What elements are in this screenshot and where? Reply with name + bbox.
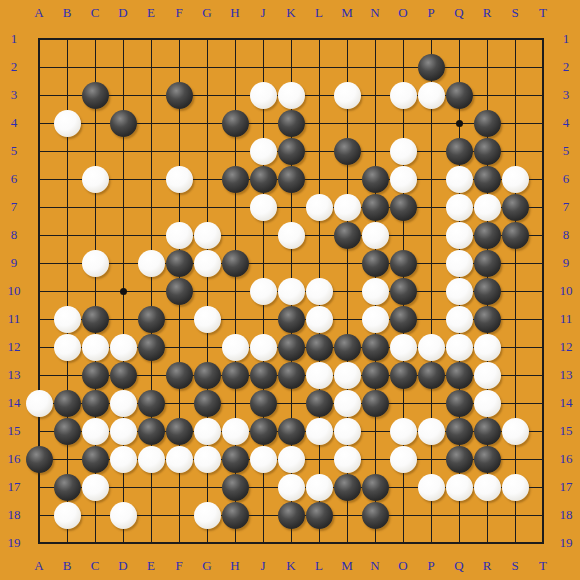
stone-white-C15[interactable] — [82, 418, 109, 445]
coord-label-bottom-T: T — [532, 559, 554, 573]
stone-white-O16[interactable] — [390, 446, 417, 473]
coord-label-right-14: 14 — [555, 396, 577, 410]
stone-black-H6[interactable] — [222, 166, 249, 193]
coord-label-bottom-B: B — [56, 559, 78, 573]
coord-label-right-12: 12 — [555, 340, 577, 354]
coord-label-left-4: 4 — [3, 116, 25, 130]
stone-black-C14[interactable] — [82, 390, 109, 417]
stone-white-C6[interactable] — [82, 166, 109, 193]
coord-label-top-D: D — [112, 6, 134, 20]
stone-black-K13[interactable] — [278, 362, 305, 389]
stone-white-J10[interactable] — [250, 278, 277, 305]
stone-black-R16[interactable] — [474, 446, 501, 473]
coord-label-top-K: K — [280, 6, 302, 20]
stone-black-O9[interactable] — [390, 250, 417, 277]
coord-label-left-8: 8 — [3, 228, 25, 242]
stone-white-J7[interactable] — [250, 194, 277, 221]
coord-label-left-10: 10 — [3, 284, 25, 298]
stone-black-B17[interactable] — [54, 474, 81, 501]
stone-white-Q6[interactable] — [446, 166, 473, 193]
stone-white-M13[interactable] — [334, 362, 361, 389]
stone-white-Q8[interactable] — [446, 222, 473, 249]
stone-black-R10[interactable] — [474, 278, 501, 305]
stone-white-L13[interactable] — [306, 362, 333, 389]
coord-label-top-O: O — [392, 6, 414, 20]
star-point-D10 — [120, 288, 127, 295]
coord-label-bottom-R: R — [476, 559, 498, 573]
stone-white-L10[interactable] — [306, 278, 333, 305]
stone-black-E14[interactable] — [138, 390, 165, 417]
coord-label-bottom-D: D — [112, 559, 134, 573]
coord-label-left-12: 12 — [3, 340, 25, 354]
coord-label-right-4: 4 — [555, 116, 577, 130]
coord-label-left-2: 2 — [3, 60, 25, 74]
stone-black-S7[interactable] — [502, 194, 529, 221]
stone-white-O5[interactable] — [390, 138, 417, 165]
coord-label-top-S: S — [504, 6, 526, 20]
coord-label-left-13: 13 — [3, 368, 25, 382]
stone-white-O3[interactable] — [390, 82, 417, 109]
coord-label-top-A: A — [28, 6, 50, 20]
coord-label-right-1: 1 — [555, 32, 577, 46]
stone-black-C13[interactable] — [82, 362, 109, 389]
stone-black-K5[interactable] — [278, 138, 305, 165]
stone-white-B11[interactable] — [54, 306, 81, 333]
coord-label-top-M: M — [336, 6, 358, 20]
stone-black-H4[interactable] — [222, 110, 249, 137]
stone-black-K6[interactable] — [278, 166, 305, 193]
stone-white-J12[interactable] — [250, 334, 277, 361]
stone-white-G16[interactable] — [194, 446, 221, 473]
stone-white-R17[interactable] — [474, 474, 501, 501]
coord-label-bottom-M: M — [336, 559, 358, 573]
coord-label-left-6: 6 — [3, 172, 25, 186]
grid-line-v-T — [542, 38, 544, 544]
stone-black-B14[interactable] — [54, 390, 81, 417]
coord-label-right-11: 11 — [555, 312, 577, 326]
stone-black-C3[interactable] — [82, 82, 109, 109]
stone-black-M5[interactable] — [334, 138, 361, 165]
stone-white-C17[interactable] — [82, 474, 109, 501]
stone-white-Q17[interactable] — [446, 474, 473, 501]
coord-label-bottom-N: N — [364, 559, 386, 573]
stone-black-Q3[interactable] — [446, 82, 473, 109]
coord-label-top-E: E — [140, 6, 162, 20]
coord-label-left-16: 16 — [3, 452, 25, 466]
stone-black-M12[interactable] — [334, 334, 361, 361]
stone-black-H18[interactable] — [222, 502, 249, 529]
coord-label-bottom-K: K — [280, 559, 302, 573]
stone-black-E11[interactable] — [138, 306, 165, 333]
stone-black-H13[interactable] — [222, 362, 249, 389]
stone-black-F15[interactable] — [166, 418, 193, 445]
stone-white-Q12[interactable] — [446, 334, 473, 361]
stone-white-R13[interactable] — [474, 362, 501, 389]
coord-label-bottom-Q: Q — [448, 559, 470, 573]
stone-black-D13[interactable] — [110, 362, 137, 389]
coord-label-bottom-H: H — [224, 559, 246, 573]
stone-black-N14[interactable] — [362, 390, 389, 417]
stone-black-L14[interactable] — [306, 390, 333, 417]
stone-black-K11[interactable] — [278, 306, 305, 333]
stone-white-M7[interactable] — [334, 194, 361, 221]
stone-black-F9[interactable] — [166, 250, 193, 277]
coord-label-bottom-S: S — [504, 559, 526, 573]
stone-white-G11[interactable] — [194, 306, 221, 333]
stone-black-F13[interactable] — [166, 362, 193, 389]
coord-label-bottom-L: L — [308, 559, 330, 573]
stone-white-N10[interactable] — [362, 278, 389, 305]
coord-label-left-9: 9 — [3, 256, 25, 270]
stone-black-H16[interactable] — [222, 446, 249, 473]
stone-white-R14[interactable] — [474, 390, 501, 417]
stone-white-A14[interactable] — [26, 390, 53, 417]
stone-white-G8[interactable] — [194, 222, 221, 249]
coord-label-bottom-J: J — [252, 559, 274, 573]
stone-black-O7[interactable] — [390, 194, 417, 221]
stone-white-L11[interactable] — [306, 306, 333, 333]
stone-black-R9[interactable] — [474, 250, 501, 277]
stone-white-R7[interactable] — [474, 194, 501, 221]
stone-white-O6[interactable] — [390, 166, 417, 193]
stone-white-M14[interactable] — [334, 390, 361, 417]
stone-black-N18[interactable] — [362, 502, 389, 529]
stone-black-Q16[interactable] — [446, 446, 473, 473]
coord-label-right-6: 6 — [555, 172, 577, 186]
coord-label-bottom-O: O — [392, 559, 414, 573]
go-board-screen: ABCDEFGHJKLMNOPQRST ABCDEFGHJKLMNOPQRST … — [0, 0, 580, 580]
coord-label-right-10: 10 — [555, 284, 577, 298]
coord-label-top-H: H — [224, 6, 246, 20]
stone-white-D14[interactable] — [110, 390, 137, 417]
grid-line-v-P — [431, 38, 432, 544]
stone-white-L15[interactable] — [306, 418, 333, 445]
coord-label-top-F: F — [168, 6, 190, 20]
coord-label-bottom-P: P — [420, 559, 442, 573]
coord-label-bottom-F: F — [168, 559, 190, 573]
stone-white-O12[interactable] — [390, 334, 417, 361]
stone-white-G9[interactable] — [194, 250, 221, 277]
stone-black-R4[interactable] — [474, 110, 501, 137]
stone-black-N12[interactable] — [362, 334, 389, 361]
stone-white-M16[interactable] — [334, 446, 361, 473]
coord-label-left-14: 14 — [3, 396, 25, 410]
stone-white-E16[interactable] — [138, 446, 165, 473]
stone-black-E12[interactable] — [138, 334, 165, 361]
coord-label-right-5: 5 — [555, 144, 577, 158]
coord-label-left-11: 11 — [3, 312, 25, 326]
grid-line-v-S — [515, 38, 516, 544]
stone-black-N13[interactable] — [362, 362, 389, 389]
stone-black-H9[interactable] — [222, 250, 249, 277]
stone-white-F8[interactable] — [166, 222, 193, 249]
stone-black-P2[interactable] — [418, 54, 445, 81]
coord-label-right-15: 15 — [555, 424, 577, 438]
coord-label-top-G: G — [196, 6, 218, 20]
coord-label-left-5: 5 — [3, 144, 25, 158]
stone-black-K15[interactable] — [278, 418, 305, 445]
stone-black-N7[interactable] — [362, 194, 389, 221]
coord-label-right-19: 19 — [555, 536, 577, 550]
stone-white-D15[interactable] — [110, 418, 137, 445]
stone-white-K10[interactable] — [278, 278, 305, 305]
stone-white-H15[interactable] — [222, 418, 249, 445]
coord-label-left-1: 1 — [3, 32, 25, 46]
stone-white-P15[interactable] — [418, 418, 445, 445]
stone-white-Q10[interactable] — [446, 278, 473, 305]
coord-label-left-7: 7 — [3, 200, 25, 214]
stone-white-N11[interactable] — [362, 306, 389, 333]
stone-white-G15[interactable] — [194, 418, 221, 445]
stone-black-N9[interactable] — [362, 250, 389, 277]
stone-black-Q13[interactable] — [446, 362, 473, 389]
stone-black-Q15[interactable] — [446, 418, 473, 445]
stone-black-E15[interactable] — [138, 418, 165, 445]
stone-white-R12[interactable] — [474, 334, 501, 361]
stone-white-C9[interactable] — [82, 250, 109, 277]
coord-label-top-Q: Q — [448, 6, 470, 20]
stone-white-L17[interactable] — [306, 474, 333, 501]
coord-label-top-P: P — [420, 6, 442, 20]
stone-black-K18[interactable] — [278, 502, 305, 529]
stone-black-M17[interactable] — [334, 474, 361, 501]
stone-black-O13[interactable] — [390, 362, 417, 389]
stone-white-K16[interactable] — [278, 446, 305, 473]
stone-white-B4[interactable] — [54, 110, 81, 137]
stone-white-D16[interactable] — [110, 446, 137, 473]
coord-label-right-16: 16 — [555, 452, 577, 466]
stone-white-B12[interactable] — [54, 334, 81, 361]
stone-black-N17[interactable] — [362, 474, 389, 501]
star-point-Q4 — [456, 120, 463, 127]
coord-label-top-J: J — [252, 6, 274, 20]
coord-label-top-T: T — [532, 6, 554, 20]
go-board[interactable]: ABCDEFGHJKLMNOPQRST ABCDEFGHJKLMNOPQRST … — [0, 0, 580, 580]
stone-white-M3[interactable] — [334, 82, 361, 109]
stone-white-J5[interactable] — [250, 138, 277, 165]
coord-label-right-18: 18 — [555, 508, 577, 522]
stone-black-Q14[interactable] — [446, 390, 473, 417]
stone-white-L7[interactable] — [306, 194, 333, 221]
stone-white-D12[interactable] — [110, 334, 137, 361]
stone-black-A16[interactable] — [26, 446, 53, 473]
stone-white-P12[interactable] — [418, 334, 445, 361]
stone-black-K4[interactable] — [278, 110, 305, 137]
coord-label-bottom-C: C — [84, 559, 106, 573]
stone-white-P3[interactable] — [418, 82, 445, 109]
coord-label-bottom-G: G — [196, 559, 218, 573]
coord-label-left-18: 18 — [3, 508, 25, 522]
stone-black-S8[interactable] — [502, 222, 529, 249]
stone-white-F6[interactable] — [166, 166, 193, 193]
stone-black-J15[interactable] — [250, 418, 277, 445]
coord-label-right-7: 7 — [555, 200, 577, 214]
stone-black-R11[interactable] — [474, 306, 501, 333]
stone-black-F10[interactable] — [166, 278, 193, 305]
stone-black-L12[interactable] — [306, 334, 333, 361]
stone-black-O10[interactable] — [390, 278, 417, 305]
coord-label-top-R: R — [476, 6, 498, 20]
stone-white-P17[interactable] — [418, 474, 445, 501]
coord-label-left-19: 19 — [3, 536, 25, 550]
stone-white-E9[interactable] — [138, 250, 165, 277]
stone-white-Q11[interactable] — [446, 306, 473, 333]
stone-black-G14[interactable] — [194, 390, 221, 417]
stone-white-Q7[interactable] — [446, 194, 473, 221]
stone-black-N6[interactable] — [362, 166, 389, 193]
stone-black-F3[interactable] — [166, 82, 193, 109]
stone-white-K3[interactable] — [278, 82, 305, 109]
stone-white-K17[interactable] — [278, 474, 305, 501]
stone-black-R15[interactable] — [474, 418, 501, 445]
stone-white-F16[interactable] — [166, 446, 193, 473]
coord-label-top-C: C — [84, 6, 106, 20]
stone-black-G13[interactable] — [194, 362, 221, 389]
stone-black-L18[interactable] — [306, 502, 333, 529]
stone-black-R6[interactable] — [474, 166, 501, 193]
stone-black-K12[interactable] — [278, 334, 305, 361]
stone-black-J14[interactable] — [250, 390, 277, 417]
stone-black-J6[interactable] — [250, 166, 277, 193]
coord-label-left-17: 17 — [3, 480, 25, 494]
coord-label-top-L: L — [308, 6, 330, 20]
stone-black-M8[interactable] — [334, 222, 361, 249]
stone-white-H12[interactable] — [222, 334, 249, 361]
coord-label-left-3: 3 — [3, 88, 25, 102]
stone-white-S15[interactable] — [502, 418, 529, 445]
coord-label-top-N: N — [364, 6, 386, 20]
coord-label-left-15: 15 — [3, 424, 25, 438]
stone-white-B18[interactable] — [54, 502, 81, 529]
stone-black-C11[interactable] — [82, 306, 109, 333]
coord-label-right-3: 3 — [555, 88, 577, 102]
stone-black-C16[interactable] — [82, 446, 109, 473]
coord-label-bottom-A: A — [28, 559, 50, 573]
stone-black-D4[interactable] — [110, 110, 137, 137]
stone-white-C12[interactable] — [82, 334, 109, 361]
stone-white-G18[interactable] — [194, 502, 221, 529]
stone-black-R8[interactable] — [474, 222, 501, 249]
coord-label-right-2: 2 — [555, 60, 577, 74]
stone-white-Q9[interactable] — [446, 250, 473, 277]
stone-black-Q5[interactable] — [446, 138, 473, 165]
coord-label-right-17: 17 — [555, 480, 577, 494]
stone-white-O15[interactable] — [390, 418, 417, 445]
coord-label-top-B: B — [56, 6, 78, 20]
stone-white-J16[interactable] — [250, 446, 277, 473]
stone-black-P13[interactable] — [418, 362, 445, 389]
stone-black-R5[interactable] — [474, 138, 501, 165]
stone-white-N8[interactable] — [362, 222, 389, 249]
coord-label-right-9: 9 — [555, 256, 577, 270]
stone-white-M15[interactable] — [334, 418, 361, 445]
stone-white-S6[interactable] — [502, 166, 529, 193]
coord-label-right-13: 13 — [555, 368, 577, 382]
stone-white-K8[interactable] — [278, 222, 305, 249]
stone-white-D18[interactable] — [110, 502, 137, 529]
stone-black-H17[interactable] — [222, 474, 249, 501]
stone-black-J13[interactable] — [250, 362, 277, 389]
coord-label-bottom-E: E — [140, 559, 162, 573]
stone-white-J3[interactable] — [250, 82, 277, 109]
stone-white-S17[interactable] — [502, 474, 529, 501]
grid-line-h-19 — [38, 542, 544, 544]
coord-label-right-8: 8 — [555, 228, 577, 242]
stone-black-B15[interactable] — [54, 418, 81, 445]
stone-black-O11[interactable] — [390, 306, 417, 333]
